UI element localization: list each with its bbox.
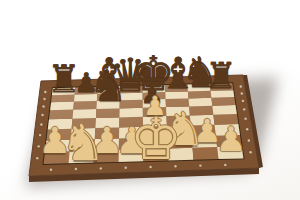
rim-marker-dot [43,98,45,100]
rim-marker-dot [242,100,244,102]
rim-marker-dot [199,164,201,166]
rim-marker-dot [241,92,243,94]
rim-marker-dot [248,139,250,141]
piece-white-king-e1[interactable]: ♚ [130,110,182,168]
piece-white-knight-b1[interactable]: ♞ [61,118,106,168]
rim-marker-dot [50,169,52,171]
rim-marker-dot [249,151,251,153]
piece-white-pawn-h2[interactable]: ♟ [216,122,246,156]
piece-black-knight-c6[interactable]: ♞ [88,64,127,108]
rim-marker-dot [224,164,226,166]
rim-marker-dot [243,108,245,110]
rim-marker-dot [240,85,242,87]
rim-marker-dot [125,166,127,168]
product-photo: ♝♞♝♚♜♛♜♟♞♟♟♟♞♟♟♟♟♚♞ [0,0,300,200]
rim-marker-dot [42,105,44,107]
piece-black-rook-h8[interactable]: ♜ [205,58,237,94]
rim-marker-dot [41,114,43,116]
rim-marker-dot [246,128,248,130]
